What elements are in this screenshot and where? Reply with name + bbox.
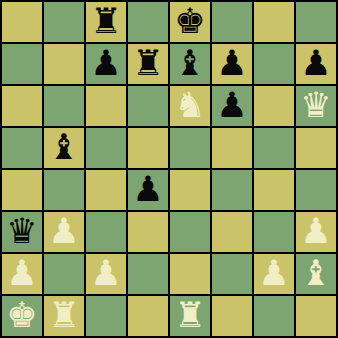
square-h2[interactable]: ♝ [296, 254, 336, 294]
square-f6[interactable]: ♟ [212, 86, 252, 126]
piece-white-pawn[interactable]: ♟ [300, 212, 331, 251]
square-d2[interactable] [128, 254, 168, 294]
square-c2[interactable]: ♟ [86, 254, 126, 294]
square-b6[interactable] [44, 86, 84, 126]
square-h1[interactable] [296, 296, 336, 336]
chess-board: ♜♚♟♜♝♟♟♞♟♛♝♟♛♟♟♟♟♟♝♚♜♜ [0, 0, 338, 338]
square-f5[interactable] [212, 128, 252, 168]
square-h3[interactable]: ♟ [296, 212, 336, 252]
square-g8[interactable] [254, 2, 294, 42]
square-e5[interactable] [170, 128, 210, 168]
square-a5[interactable] [2, 128, 42, 168]
piece-white-rook[interactable]: ♜ [48, 296, 79, 335]
square-a6[interactable] [2, 86, 42, 126]
piece-black-rook[interactable]: ♜ [90, 2, 121, 41]
piece-white-knight[interactable]: ♞ [174, 86, 205, 125]
square-e8[interactable]: ♚ [170, 2, 210, 42]
square-b3[interactable]: ♟ [44, 212, 84, 252]
square-h6[interactable]: ♛ [296, 86, 336, 126]
square-g2[interactable]: ♟ [254, 254, 294, 294]
square-h5[interactable] [296, 128, 336, 168]
square-f3[interactable] [212, 212, 252, 252]
square-f7[interactable]: ♟ [212, 44, 252, 84]
square-e2[interactable] [170, 254, 210, 294]
square-c1[interactable] [86, 296, 126, 336]
square-c6[interactable] [86, 86, 126, 126]
square-d8[interactable] [128, 2, 168, 42]
piece-white-pawn[interactable]: ♟ [258, 254, 289, 293]
square-f4[interactable] [212, 170, 252, 210]
piece-black-queen[interactable]: ♛ [6, 212, 37, 251]
square-h4[interactable] [296, 170, 336, 210]
piece-black-bishop[interactable]: ♝ [48, 128, 79, 167]
square-b8[interactable] [44, 2, 84, 42]
square-e1[interactable]: ♜ [170, 296, 210, 336]
piece-black-king[interactable]: ♚ [174, 2, 205, 41]
piece-black-pawn[interactable]: ♟ [216, 86, 247, 125]
square-a1[interactable]: ♚ [2, 296, 42, 336]
piece-white-pawn[interactable]: ♟ [90, 254, 121, 293]
piece-black-bishop[interactable]: ♝ [174, 44, 205, 83]
square-d4[interactable]: ♟ [128, 170, 168, 210]
square-a3[interactable]: ♛ [2, 212, 42, 252]
piece-black-rook[interactable]: ♜ [132, 44, 163, 83]
square-d6[interactable] [128, 86, 168, 126]
square-g6[interactable] [254, 86, 294, 126]
square-f1[interactable] [212, 296, 252, 336]
square-a8[interactable] [2, 2, 42, 42]
square-a7[interactable] [2, 44, 42, 84]
piece-black-pawn[interactable]: ♟ [300, 44, 331, 83]
square-d3[interactable] [128, 212, 168, 252]
square-g1[interactable] [254, 296, 294, 336]
square-b5[interactable]: ♝ [44, 128, 84, 168]
square-b2[interactable] [44, 254, 84, 294]
square-d7[interactable]: ♜ [128, 44, 168, 84]
piece-white-king[interactable]: ♚ [6, 296, 37, 335]
square-e7[interactable]: ♝ [170, 44, 210, 84]
square-c7[interactable]: ♟ [86, 44, 126, 84]
square-h7[interactable]: ♟ [296, 44, 336, 84]
square-c5[interactable] [86, 128, 126, 168]
square-d5[interactable] [128, 128, 168, 168]
square-g5[interactable] [254, 128, 294, 168]
square-c4[interactable] [86, 170, 126, 210]
square-b7[interactable] [44, 44, 84, 84]
piece-black-pawn[interactable]: ♟ [216, 44, 247, 83]
square-a4[interactable] [2, 170, 42, 210]
square-g7[interactable] [254, 44, 294, 84]
piece-white-queen[interactable]: ♛ [300, 86, 331, 125]
square-d1[interactable] [128, 296, 168, 336]
square-a2[interactable]: ♟ [2, 254, 42, 294]
piece-white-rook[interactable]: ♜ [174, 296, 205, 335]
square-b4[interactable] [44, 170, 84, 210]
piece-white-pawn[interactable]: ♟ [48, 212, 79, 251]
square-b1[interactable]: ♜ [44, 296, 84, 336]
square-e3[interactable] [170, 212, 210, 252]
piece-black-pawn[interactable]: ♟ [90, 44, 121, 83]
square-c3[interactable] [86, 212, 126, 252]
square-f8[interactable] [212, 2, 252, 42]
piece-white-bishop[interactable]: ♝ [300, 254, 331, 293]
square-c8[interactable]: ♜ [86, 2, 126, 42]
square-e4[interactable] [170, 170, 210, 210]
piece-white-pawn[interactable]: ♟ [6, 254, 37, 293]
piece-black-pawn[interactable]: ♟ [132, 170, 163, 209]
square-f2[interactable] [212, 254, 252, 294]
square-h8[interactable] [296, 2, 336, 42]
square-e6[interactable]: ♞ [170, 86, 210, 126]
square-g4[interactable] [254, 170, 294, 210]
square-g3[interactable] [254, 212, 294, 252]
